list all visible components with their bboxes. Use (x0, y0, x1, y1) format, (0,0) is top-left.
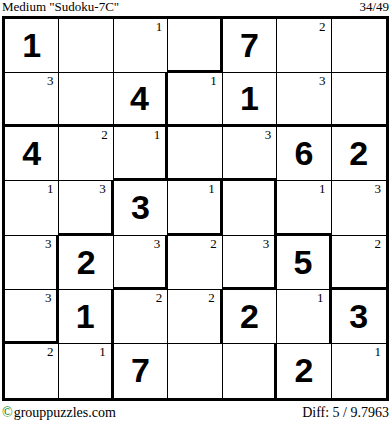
cell-r6c6[interactable]: 1 (277, 290, 331, 344)
given-digit: 4 (114, 73, 165, 124)
pencil-mark: 1 (99, 345, 106, 359)
cell-r6c2[interactable]: 1 (59, 290, 113, 344)
cell-r7c7[interactable]: 1 (332, 344, 386, 398)
pencil-mark: 3 (47, 74, 54, 88)
cell-r2c4[interactable]: 1 (168, 73, 222, 127)
given-digit: 2 (59, 236, 112, 289)
pencil-mark: 2 (210, 237, 217, 251)
cell-r2c2[interactable] (59, 73, 113, 127)
cell-r1c1[interactable]: 1 (5, 19, 59, 73)
pencil-mark: 1 (374, 345, 381, 359)
site-name[interactable]: grouppuzzles.com (14, 405, 116, 421)
cell-r4c4[interactable]: 1 (168, 181, 222, 235)
cell-r3c7[interactable]: 2 (332, 127, 386, 181)
pencil-mark: 1 (210, 74, 217, 88)
given-digit: 3 (332, 290, 386, 343)
cell-r2c3[interactable]: 4 (114, 73, 168, 127)
pencil-mark: 1 (319, 182, 326, 196)
pencil-mark: 2 (47, 345, 54, 359)
cell-r2c6[interactable]: 3 (277, 73, 331, 127)
progress-counter: 34/49 (359, 0, 389, 15)
given-digit: 4 (5, 127, 58, 180)
cell-r5c5[interactable]: 3 (223, 236, 277, 290)
cell-r2c1[interactable]: 3 (5, 73, 59, 127)
cell-r7c1[interactable]: 2 (5, 344, 59, 398)
given-digit: 3 (114, 181, 167, 234)
footer: ©grouppuzzles.com Diff: 5 / 9.7963 (2, 405, 389, 421)
pencil-mark: 3 (99, 182, 106, 196)
cell-r7c3[interactable]: 7 (114, 344, 168, 398)
given-digit: 2 (223, 290, 276, 343)
cell-r1c3[interactable]: 1 (114, 19, 168, 73)
cell-r6c5[interactable]: 2 (223, 290, 277, 344)
cell-r5c7[interactable]: 2 (332, 236, 386, 290)
cell-r5c4[interactable]: 2 (168, 236, 222, 290)
cell-r6c4[interactable]: 2 (168, 290, 222, 344)
pencil-mark: 3 (45, 291, 52, 305)
given-digit: 7 (114, 344, 167, 398)
cell-r2c7[interactable] (332, 73, 386, 127)
cell-r7c2[interactable]: 1 (59, 344, 113, 398)
cell-r3c6[interactable]: 6 (277, 127, 331, 181)
given-digit: 2 (332, 127, 386, 180)
cell-r3c1[interactable]: 4 (5, 127, 59, 181)
cell-r4c6[interactable]: 1 (277, 181, 331, 235)
cell-r1c5[interactable]: 7 (223, 19, 277, 73)
pencil-mark: 1 (47, 182, 54, 196)
cell-r6c7[interactable]: 3 (332, 290, 386, 344)
copyright: ©grouppuzzles.com (2, 405, 116, 421)
pencil-mark: 1 (317, 291, 324, 305)
pencil-mark: 2 (101, 128, 108, 142)
cell-r7c5[interactable] (223, 344, 277, 398)
given-digit: 5 (277, 236, 328, 289)
cell-r5c2[interactable]: 2 (59, 236, 113, 290)
cell-r7c6[interactable]: 2 (277, 344, 331, 398)
pencil-mark: 1 (208, 182, 215, 196)
cell-r6c1[interactable]: 3 (5, 290, 59, 344)
cell-r2c5[interactable]: 1 (223, 73, 277, 127)
pencil-mark: 2 (156, 291, 163, 305)
cell-r1c2[interactable] (59, 19, 113, 73)
cell-r5c3[interactable]: 3 (114, 236, 168, 290)
pencil-mark: 2 (374, 237, 381, 251)
cell-r3c3[interactable]: 1 (114, 127, 168, 181)
difficulty-label: Diff: 5 / 9.7963 (302, 405, 389, 421)
cell-r3c5[interactable]: 3 (223, 127, 277, 181)
cell-r4c2[interactable]: 3 (59, 181, 113, 235)
pencil-mark: 3 (45, 237, 52, 251)
cell-r3c4[interactable] (168, 127, 222, 181)
pencil-mark: 1 (156, 20, 163, 34)
sudoku-grid: 1172341134213621331133232352312221321721 (2, 16, 389, 401)
header: Medium "Sudoku-7C" 34/49 (2, 0, 389, 15)
cell-r4c5[interactable] (223, 181, 277, 235)
cell-r1c4[interactable] (168, 19, 222, 73)
pencil-mark: 3 (154, 237, 161, 251)
pencil-mark: 3 (319, 74, 326, 88)
cell-r6c3[interactable]: 2 (114, 290, 168, 344)
pencil-mark: 1 (154, 128, 161, 142)
cell-r7c4[interactable] (168, 344, 222, 398)
given-digit: 6 (277, 127, 330, 180)
given-digit: 1 (223, 73, 276, 124)
cell-r5c6[interactable]: 5 (277, 236, 331, 290)
pencil-mark: 3 (265, 128, 272, 142)
pencil-mark: 2 (319, 20, 326, 34)
cell-r4c7[interactable]: 3 (332, 181, 386, 235)
given-digit: 7 (223, 19, 276, 72)
cell-r3c2[interactable]: 2 (59, 127, 113, 181)
pencil-mark: 3 (263, 237, 270, 251)
puzzle-title: Medium "Sudoku-7C" (2, 0, 119, 15)
given-digit: 2 (277, 344, 330, 398)
cell-r4c1[interactable]: 1 (5, 181, 59, 235)
cell-r1c7[interactable] (332, 19, 386, 73)
pencil-mark: 2 (208, 291, 215, 305)
pencil-mark: 3 (374, 182, 381, 196)
given-digit: 1 (59, 290, 110, 343)
copyright-icon: © (2, 405, 13, 421)
cell-r1c6[interactable]: 2 (277, 19, 331, 73)
cell-r5c1[interactable]: 3 (5, 236, 59, 290)
cell-r4c3[interactable]: 3 (114, 181, 168, 235)
given-digit: 1 (5, 19, 58, 72)
